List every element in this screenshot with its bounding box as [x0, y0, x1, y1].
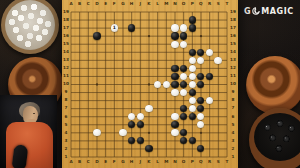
black-stones-bowl: [249, 108, 300, 168]
coord-letter: B: [75, 2, 84, 7]
stone-black-Q11: [197, 73, 204, 80]
stone-black-J5: [137, 121, 144, 128]
stone-white-R14: [206, 49, 213, 56]
coord-letter: N: [171, 2, 180, 7]
coord-letter: C: [84, 2, 93, 7]
stone-black-P9: [189, 89, 196, 96]
board-stones-layer: 1: [67, 8, 232, 161]
stone-white-O17: [180, 24, 187, 31]
stone-white-S13: [214, 57, 221, 64]
coordinates-top: ABCDEFGHJKLMNOPQRST: [67, 2, 232, 7]
stone-black-K2: [145, 145, 152, 152]
coord-letter: P: [188, 2, 197, 7]
stone-white-K7: [145, 105, 152, 112]
coord-letter: H: [127, 2, 136, 7]
stone-black-O6: [180, 113, 187, 120]
stone-black-O16: [180, 32, 187, 39]
coord-letter: O: [179, 2, 188, 7]
stone-white-D4: [93, 129, 100, 136]
stone-white-L10: [154, 81, 161, 88]
stone-black-N5: [171, 121, 178, 128]
stone-black-O10: [180, 81, 187, 88]
stone-black-O3: [180, 137, 187, 144]
stone-black-H5: [128, 121, 135, 128]
stone-white-G4: [119, 129, 126, 136]
stone-black-H17: [128, 24, 135, 31]
stone-white-P7: [189, 105, 196, 112]
stone-white-J6: [137, 113, 144, 120]
stone-black-O7: [180, 105, 187, 112]
coord-letter: J: [136, 2, 145, 7]
stone-white-P13: [189, 57, 196, 64]
last-move-marker: 1: [111, 24, 118, 31]
coord-letter: T: [223, 2, 232, 7]
gomagic-logo: GMAGIC: [244, 6, 294, 16]
stone-white-Q13: [197, 57, 204, 64]
stone-black-Q14: [197, 49, 204, 56]
stone-black-N12: [171, 65, 178, 72]
coord-letter: S: [214, 2, 223, 7]
coord-letter: R: [205, 2, 214, 7]
stone-black-Q7: [197, 105, 204, 112]
stone-black-Q8: [197, 97, 204, 104]
logo-text-rest: MAGIC: [261, 7, 294, 16]
white-stones-pile: [5, 0, 55, 50]
video-frame: GMAGIC ABCDEFGHJKLMNOPQRST ABCDEFGHJKLMN…: [0, 0, 300, 168]
stone-white-N17: [171, 24, 178, 31]
stone-black-R11: [206, 73, 213, 80]
stone-white-N9: [171, 89, 178, 96]
stone-black-P17: [189, 24, 196, 31]
stone-white-P8: [189, 97, 196, 104]
microphone: [12, 144, 29, 168]
coord-letter: A: [67, 2, 76, 7]
go-board: ABCDEFGHJKLMNOPQRST ABCDEFGHJKLMNOPQRST …: [62, 0, 238, 168]
coord-letter: E: [101, 2, 110, 7]
stone-black-O4: [180, 129, 187, 136]
stone-black-N10: [171, 81, 178, 88]
stone-white-F17: 1: [111, 24, 118, 31]
coord-letter: Q: [197, 2, 206, 7]
stone-black-N11: [171, 73, 178, 80]
stone-black-J3: [137, 137, 144, 144]
stone-white-N15: [171, 41, 178, 48]
instructor-webcam: [0, 95, 57, 168]
stone-white-P10: [189, 81, 196, 88]
stone-black-P6: [189, 113, 196, 120]
coord-letter: L: [153, 2, 162, 7]
stone-black-N16: [171, 32, 178, 39]
stone-white-P12: [189, 65, 196, 72]
stone-white-M10: [163, 81, 170, 88]
stone-black-P14: [189, 49, 196, 56]
stone-white-O11: [180, 73, 187, 80]
stone-white-R8: [206, 97, 213, 104]
stone-white-H6: [128, 113, 135, 120]
stone-black-P3: [189, 137, 196, 144]
bowl-lid-right: [246, 56, 300, 114]
stone-white-N4: [171, 129, 178, 136]
coord-letter: D: [93, 2, 102, 7]
white-stones-bowl: [1, 0, 59, 54]
stone-white-O15: [180, 41, 187, 48]
stone-black-Q10: [197, 81, 204, 88]
stone-white-O9: [180, 89, 187, 96]
coord-letter: G: [119, 2, 128, 7]
spiral-o-icon: [252, 7, 260, 15]
stone-black-H3: [128, 137, 135, 144]
stone-black-O12: [180, 65, 187, 72]
stone-white-Q5: [197, 121, 204, 128]
coord-letter: M: [162, 2, 171, 7]
black-stones-pile: [254, 113, 300, 161]
stone-white-N6: [171, 113, 178, 120]
stone-black-Q2: [197, 145, 204, 152]
stone-black-D16: [93, 32, 100, 39]
stone-black-P18: [189, 16, 196, 23]
stone-white-Q6: [197, 113, 204, 120]
coord-letter: F: [110, 2, 119, 7]
coord-letter: K: [145, 2, 154, 7]
stone-white-P11: [189, 73, 196, 80]
logo-text-first: G: [244, 7, 251, 16]
